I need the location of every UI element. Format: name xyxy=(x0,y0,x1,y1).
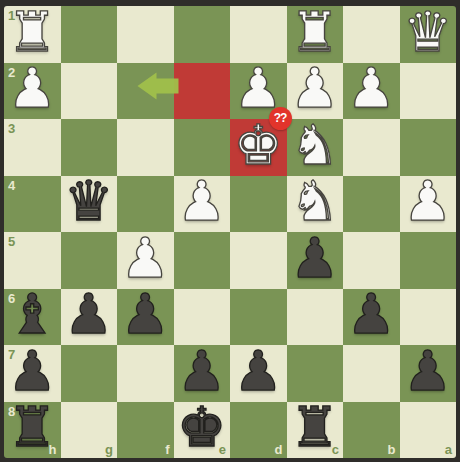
file-label-f: f xyxy=(165,443,169,456)
square-b8[interactable]: b xyxy=(343,402,400,459)
square-c2[interactable]: ♟ xyxy=(287,63,344,120)
white-knight-icon[interactable]: ♞ xyxy=(290,174,339,229)
square-c7[interactable] xyxy=(287,345,344,402)
file-label-d: d xyxy=(275,443,283,456)
black-pawn-icon[interactable]: ♟ xyxy=(234,344,283,399)
square-d5[interactable] xyxy=(230,232,287,289)
white-pawn-icon[interactable]: ♟ xyxy=(290,61,339,116)
square-h2[interactable]: 2♟ xyxy=(4,63,61,120)
white-pawn-icon[interactable]: ♟ xyxy=(403,174,452,229)
white-rook-icon[interactable]: ♜ xyxy=(290,6,339,60)
square-h7[interactable]: 7♟ xyxy=(4,345,61,402)
square-c6[interactable] xyxy=(287,289,344,346)
square-b1[interactable] xyxy=(343,6,400,63)
black-pawn-icon[interactable]: ♟ xyxy=(64,287,113,342)
square-d3[interactable]: ♚?? xyxy=(230,119,287,176)
file-label-g: g xyxy=(105,443,113,456)
square-a6[interactable] xyxy=(400,289,457,346)
square-g7[interactable] xyxy=(61,345,118,402)
file-label-b: b xyxy=(388,443,396,456)
black-pawn-icon[interactable]: ♟ xyxy=(121,287,170,342)
square-d8[interactable]: d xyxy=(230,402,287,459)
square-b3[interactable] xyxy=(343,119,400,176)
square-a3[interactable] xyxy=(400,119,457,176)
square-g4[interactable]: ♛ xyxy=(61,176,118,233)
square-f1[interactable] xyxy=(117,6,174,63)
black-pawn-icon[interactable]: ♟ xyxy=(290,231,339,286)
square-f4[interactable] xyxy=(117,176,174,233)
square-e1[interactable] xyxy=(174,6,231,63)
square-b2[interactable]: ♟ xyxy=(343,63,400,120)
square-d1[interactable] xyxy=(230,6,287,63)
square-f8[interactable]: f xyxy=(117,402,174,459)
rank-label-3: 3 xyxy=(8,122,15,135)
square-e3[interactable] xyxy=(174,119,231,176)
square-g3[interactable] xyxy=(61,119,118,176)
square-f7[interactable] xyxy=(117,345,174,402)
square-b5[interactable] xyxy=(343,232,400,289)
white-queen-icon[interactable]: ♛ xyxy=(403,6,452,60)
square-h8[interactable]: 8h♜ xyxy=(4,402,61,459)
square-c5[interactable]: ♟ xyxy=(287,232,344,289)
square-e2[interactable] xyxy=(174,63,231,120)
square-c8[interactable]: c♜ xyxy=(287,402,344,459)
white-pawn-icon[interactable]: ♟ xyxy=(177,174,226,229)
square-g8[interactable]: g xyxy=(61,402,118,459)
black-pawn-icon[interactable]: ♟ xyxy=(177,344,226,399)
board-frame: 1♜♜♛2♟♟♟♟3♚??♞4♛♟♞♟5♟♟6♝♟♟♟7♟♟♟♟8h♜gfe♚d… xyxy=(0,0,460,462)
square-a5[interactable] xyxy=(400,232,457,289)
square-a7[interactable]: ♟ xyxy=(400,345,457,402)
square-f2[interactable] xyxy=(117,63,174,120)
square-h5[interactable]: 5 xyxy=(4,232,61,289)
square-a8[interactable]: a xyxy=(400,402,457,459)
blunder-badge: ?? xyxy=(269,107,292,130)
square-g5[interactable] xyxy=(61,232,118,289)
white-pawn-icon[interactable]: ♟ xyxy=(121,231,170,286)
chess-board[interactable]: 1♜♜♛2♟♟♟♟3♚??♞4♛♟♞♟5♟♟6♝♟♟♟7♟♟♟♟8h♜gfe♚d… xyxy=(4,6,456,458)
square-b7[interactable] xyxy=(343,345,400,402)
file-label-a: a xyxy=(445,443,452,456)
black-pawn-icon[interactable]: ♟ xyxy=(403,344,452,399)
black-king-icon[interactable]: ♚ xyxy=(177,400,226,455)
square-a1[interactable]: ♛ xyxy=(400,6,457,63)
square-h6[interactable]: 6♝ xyxy=(4,289,61,346)
black-rook-icon[interactable]: ♜ xyxy=(8,400,57,455)
square-g1[interactable] xyxy=(61,6,118,63)
square-a4[interactable]: ♟ xyxy=(400,176,457,233)
square-g2[interactable] xyxy=(61,63,118,120)
square-e4[interactable]: ♟ xyxy=(174,176,231,233)
white-pawn-icon[interactable]: ♟ xyxy=(347,61,396,116)
square-a2[interactable] xyxy=(400,63,457,120)
square-d7[interactable]: ♟ xyxy=(230,345,287,402)
white-pawn-icon[interactable]: ♟ xyxy=(8,61,57,116)
rank-label-4: 4 xyxy=(8,179,15,192)
black-queen-icon[interactable]: ♛ xyxy=(64,174,113,229)
white-rook-icon[interactable]: ♜ xyxy=(8,6,57,60)
square-g6[interactable]: ♟ xyxy=(61,289,118,346)
square-h4[interactable]: 4 xyxy=(4,176,61,233)
square-d4[interactable] xyxy=(230,176,287,233)
square-c1[interactable]: ♜ xyxy=(287,6,344,63)
square-d6[interactable] xyxy=(230,289,287,346)
rank-label-5: 5 xyxy=(8,235,15,248)
square-f3[interactable] xyxy=(117,119,174,176)
white-knight-icon[interactable]: ♞ xyxy=(290,118,339,173)
square-c3[interactable]: ♞ xyxy=(287,119,344,176)
black-rook-icon[interactable]: ♜ xyxy=(290,400,339,455)
square-e7[interactable]: ♟ xyxy=(174,345,231,402)
black-pawn-icon[interactable]: ♟ xyxy=(8,344,57,399)
square-f5[interactable]: ♟ xyxy=(117,232,174,289)
square-h3[interactable]: 3 xyxy=(4,119,61,176)
square-b4[interactable] xyxy=(343,176,400,233)
square-b6[interactable]: ♟ xyxy=(343,289,400,346)
square-c4[interactable]: ♞ xyxy=(287,176,344,233)
square-h1[interactable]: 1♜ xyxy=(4,6,61,63)
square-e5[interactable] xyxy=(174,232,231,289)
black-bishop-icon[interactable]: ♝ xyxy=(8,287,57,342)
square-f6[interactable]: ♟ xyxy=(117,289,174,346)
black-pawn-icon[interactable]: ♟ xyxy=(347,287,396,342)
square-e8[interactable]: e♚ xyxy=(174,402,231,459)
square-e6[interactable] xyxy=(174,289,231,346)
